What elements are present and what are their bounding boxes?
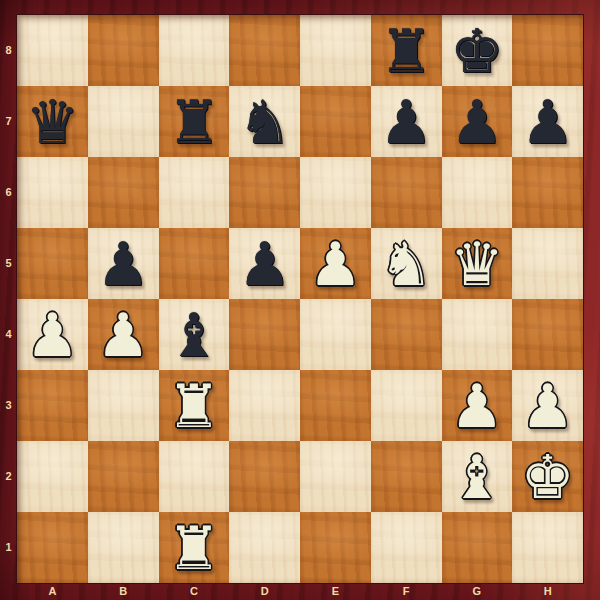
piece-black-knight-d7[interactable]: ♞ (238, 92, 292, 152)
square-d2[interactable] (229, 441, 300, 512)
piece-white-king-h2[interactable]: ♚ (521, 447, 575, 507)
square-f2[interactable] (371, 441, 442, 512)
square-a3[interactable] (17, 370, 88, 441)
piece-black-king-g8[interactable]: ♚ (450, 21, 504, 81)
square-f7[interactable]: ♟ (371, 86, 442, 157)
square-a4[interactable]: ♟ (17, 299, 88, 370)
chess-board: ♜♚♛♜♞♟♟♟♟♟♟♞♛♟♟♝♜♟♟♝♚♜ (17, 15, 583, 583)
square-f4[interactable] (371, 299, 442, 370)
piece-white-pawn-a4[interactable]: ♟ (25, 305, 79, 365)
square-g3[interactable]: ♟ (442, 370, 513, 441)
piece-white-pawn-h3[interactable]: ♟ (521, 376, 575, 436)
file-label-g: G (442, 583, 513, 600)
square-f1[interactable] (371, 512, 442, 583)
square-b4[interactable]: ♟ (88, 299, 159, 370)
square-g4[interactable] (442, 299, 513, 370)
piece-white-queen-g5[interactable]: ♛ (450, 234, 504, 294)
square-a5[interactable] (17, 228, 88, 299)
piece-white-pawn-g3[interactable]: ♟ (450, 376, 504, 436)
square-g7[interactable]: ♟ (442, 86, 513, 157)
square-f6[interactable] (371, 157, 442, 228)
square-d6[interactable] (229, 157, 300, 228)
square-e2[interactable] (300, 441, 371, 512)
rank-label-4: 4 (0, 299, 17, 370)
piece-white-rook-c3[interactable]: ♜ (167, 376, 221, 436)
square-b6[interactable] (88, 157, 159, 228)
piece-white-rook-c1[interactable]: ♜ (167, 518, 221, 578)
square-e6[interactable] (300, 157, 371, 228)
square-c2[interactable] (159, 441, 230, 512)
file-label-h: H (512, 583, 583, 600)
square-h6[interactable] (512, 157, 583, 228)
file-label-e: E (300, 583, 371, 600)
file-label-b: B (88, 583, 159, 600)
square-b3[interactable] (88, 370, 159, 441)
square-e3[interactable] (300, 370, 371, 441)
piece-black-pawn-f7[interactable]: ♟ (379, 92, 433, 152)
board-frame: ♜♚♛♜♞♟♟♟♟♟♟♞♛♟♟♝♜♟♟♝♚♜ 87654321ABCDEFGH (0, 0, 600, 600)
square-c5[interactable] (159, 228, 230, 299)
rank-label-5: 5 (0, 228, 17, 299)
square-h7[interactable]: ♟ (512, 86, 583, 157)
square-c8[interactable] (159, 15, 230, 86)
square-c7[interactable]: ♜ (159, 86, 230, 157)
square-e5[interactable]: ♟ (300, 228, 371, 299)
square-a1[interactable] (17, 512, 88, 583)
file-label-a: A (17, 583, 88, 600)
file-label-c: C (159, 583, 230, 600)
piece-black-bishop-c4[interactable]: ♝ (167, 305, 221, 365)
square-h3[interactable]: ♟ (512, 370, 583, 441)
square-d1[interactable] (229, 512, 300, 583)
square-c3[interactable]: ♜ (159, 370, 230, 441)
rank-label-2: 2 (0, 441, 17, 512)
square-f8[interactable]: ♜ (371, 15, 442, 86)
square-g1[interactable] (442, 512, 513, 583)
square-d3[interactable] (229, 370, 300, 441)
square-h2[interactable]: ♚ (512, 441, 583, 512)
square-h8[interactable] (512, 15, 583, 86)
piece-black-pawn-d5[interactable]: ♟ (238, 234, 292, 294)
square-e4[interactable] (300, 299, 371, 370)
square-d7[interactable]: ♞ (229, 86, 300, 157)
square-e1[interactable] (300, 512, 371, 583)
square-b2[interactable] (88, 441, 159, 512)
piece-white-pawn-b4[interactable]: ♟ (96, 305, 150, 365)
piece-black-rook-f8[interactable]: ♜ (379, 21, 433, 81)
rank-label-8: 8 (0, 15, 17, 86)
square-a8[interactable] (17, 15, 88, 86)
rank-label-7: 7 (0, 86, 17, 157)
square-b1[interactable] (88, 512, 159, 583)
square-h5[interactable] (512, 228, 583, 299)
file-label-f: F (371, 583, 442, 600)
piece-black-rook-c7[interactable]: ♜ (167, 92, 221, 152)
square-b5[interactable]: ♟ (88, 228, 159, 299)
square-g8[interactable]: ♚ (442, 15, 513, 86)
rank-label-3: 3 (0, 370, 17, 441)
square-d4[interactable] (229, 299, 300, 370)
square-h1[interactable] (512, 512, 583, 583)
square-c1[interactable]: ♜ (159, 512, 230, 583)
square-d5[interactable]: ♟ (229, 228, 300, 299)
square-b7[interactable] (88, 86, 159, 157)
square-g6[interactable] (442, 157, 513, 228)
square-g5[interactable]: ♛ (442, 228, 513, 299)
square-b8[interactable] (88, 15, 159, 86)
square-a2[interactable] (17, 441, 88, 512)
square-d8[interactable] (229, 15, 300, 86)
square-c6[interactable] (159, 157, 230, 228)
square-c4[interactable]: ♝ (159, 299, 230, 370)
square-e8[interactable] (300, 15, 371, 86)
piece-white-bishop-g2[interactable]: ♝ (450, 447, 504, 507)
square-f5[interactable]: ♞ (371, 228, 442, 299)
rank-label-6: 6 (0, 157, 17, 228)
square-e7[interactable] (300, 86, 371, 157)
piece-black-pawn-b5[interactable]: ♟ (96, 234, 150, 294)
piece-white-knight-f5[interactable]: ♞ (379, 234, 433, 294)
piece-black-queen-a7[interactable]: ♛ (25, 92, 79, 152)
square-a7[interactable]: ♛ (17, 86, 88, 157)
square-h4[interactable] (512, 299, 583, 370)
square-g2[interactable]: ♝ (442, 441, 513, 512)
piece-black-pawn-g7[interactable]: ♟ (450, 92, 504, 152)
square-f3[interactable] (371, 370, 442, 441)
square-a6[interactable] (17, 157, 88, 228)
file-label-d: D (229, 583, 300, 600)
piece-white-pawn-e5[interactable]: ♟ (308, 234, 362, 294)
piece-black-pawn-h7[interactable]: ♟ (521, 92, 575, 152)
rank-label-1: 1 (0, 512, 17, 583)
